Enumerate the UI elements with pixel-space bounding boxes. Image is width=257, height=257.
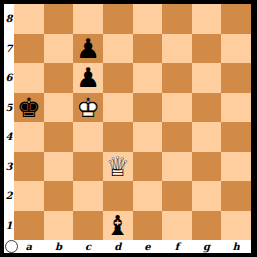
square-f7[interactable]: [162, 34, 192, 64]
square-h1[interactable]: [221, 211, 251, 241]
square-d6[interactable]: [103, 63, 133, 93]
square-h5[interactable]: [221, 93, 251, 123]
square-c4[interactable]: [73, 122, 103, 152]
square-f8[interactable]: [162, 4, 192, 34]
white-to-move-indicator: [5, 240, 18, 253]
file-label-d: d: [103, 240, 133, 253]
square-f4[interactable]: [162, 122, 192, 152]
board: ♟♟♚♚♔♛♕♝: [14, 4, 251, 240]
square-b4[interactable]: [44, 122, 74, 152]
rank-label-3: 3: [4, 152, 14, 182]
square-b5[interactable]: [44, 93, 74, 123]
piece-white-queen: ♛♕: [106, 153, 130, 180]
square-g3[interactable]: [192, 152, 222, 182]
square-a3[interactable]: [14, 152, 44, 182]
file-label-f: f: [162, 240, 192, 253]
piece-black-pawn: ♟: [76, 64, 100, 91]
file-label-e: e: [133, 240, 163, 253]
square-a8[interactable]: [14, 4, 44, 34]
square-g5[interactable]: [192, 93, 222, 123]
square-c7[interactable]: ♟: [73, 34, 103, 64]
square-f3[interactable]: [162, 152, 192, 182]
square-g4[interactable]: [192, 122, 222, 152]
square-a4[interactable]: [14, 122, 44, 152]
square-g8[interactable]: [192, 4, 222, 34]
square-h2[interactable]: [221, 181, 251, 211]
square-h3[interactable]: [221, 152, 251, 182]
square-b7[interactable]: [44, 34, 74, 64]
square-e3[interactable]: [133, 152, 163, 182]
file-label-g: g: [192, 240, 222, 253]
square-e4[interactable]: [133, 122, 163, 152]
square-b1[interactable]: [44, 211, 74, 241]
rank-label-2: 2: [4, 181, 14, 211]
square-e8[interactable]: [133, 4, 163, 34]
piece-white-king: ♚♔: [76, 94, 100, 121]
square-c6[interactable]: ♟: [73, 63, 103, 93]
rank-label-1: 1: [4, 211, 14, 241]
rank-label-8: 8: [4, 4, 14, 34]
square-g6[interactable]: [192, 63, 222, 93]
square-e7[interactable]: [133, 34, 163, 64]
square-a6[interactable]: [14, 63, 44, 93]
square-a1[interactable]: [14, 211, 44, 241]
rank-label-4: 4: [4, 122, 14, 152]
square-e2[interactable]: [133, 181, 163, 211]
square-e1[interactable]: [133, 211, 163, 241]
square-e5[interactable]: [133, 93, 163, 123]
file-label-h: h: [221, 240, 251, 253]
square-a2[interactable]: [14, 181, 44, 211]
piece-black-king: ♚: [17, 94, 41, 121]
rank-label-5: 5: [4, 93, 14, 123]
piece-black-bishop: ♝: [106, 212, 130, 239]
square-d3[interactable]: ♛♕: [103, 152, 133, 182]
square-b3[interactable]: [44, 152, 74, 182]
square-b6[interactable]: [44, 63, 74, 93]
square-d7[interactable]: [103, 34, 133, 64]
square-f2[interactable]: [162, 181, 192, 211]
square-g7[interactable]: [192, 34, 222, 64]
file-label-b: b: [44, 240, 74, 253]
square-g2[interactable]: [192, 181, 222, 211]
piece-black-pawn: ♟: [76, 35, 100, 62]
square-f5[interactable]: [162, 93, 192, 123]
square-c1[interactable]: [73, 211, 103, 241]
square-h7[interactable]: [221, 34, 251, 64]
square-h8[interactable]: [221, 4, 251, 34]
file-label-c: c: [73, 240, 103, 253]
square-e6[interactable]: [133, 63, 163, 93]
square-h6[interactable]: [221, 63, 251, 93]
square-a5[interactable]: ♚: [14, 93, 44, 123]
square-c2[interactable]: [73, 181, 103, 211]
square-a7[interactable]: [14, 34, 44, 64]
square-d1[interactable]: ♝: [103, 211, 133, 241]
square-d4[interactable]: [103, 122, 133, 152]
file-labels: abcdefgh: [4, 240, 251, 253]
square-b2[interactable]: [44, 181, 74, 211]
square-c5[interactable]: ♚♔: [73, 93, 103, 123]
rank-label-6: 6: [4, 63, 14, 93]
square-f1[interactable]: [162, 211, 192, 241]
rank-labels: 87654321: [4, 4, 14, 240]
square-g1[interactable]: [192, 211, 222, 241]
square-d5[interactable]: [103, 93, 133, 123]
square-f6[interactable]: [162, 63, 192, 93]
square-d2[interactable]: [103, 181, 133, 211]
file-label-a: a: [14, 240, 44, 253]
square-c8[interactable]: [73, 4, 103, 34]
rank-label-7: 7: [4, 34, 14, 64]
square-c3[interactable]: [73, 152, 103, 182]
square-h4[interactable]: [221, 122, 251, 152]
square-b8[interactable]: [44, 4, 74, 34]
square-d8[interactable]: [103, 4, 133, 34]
